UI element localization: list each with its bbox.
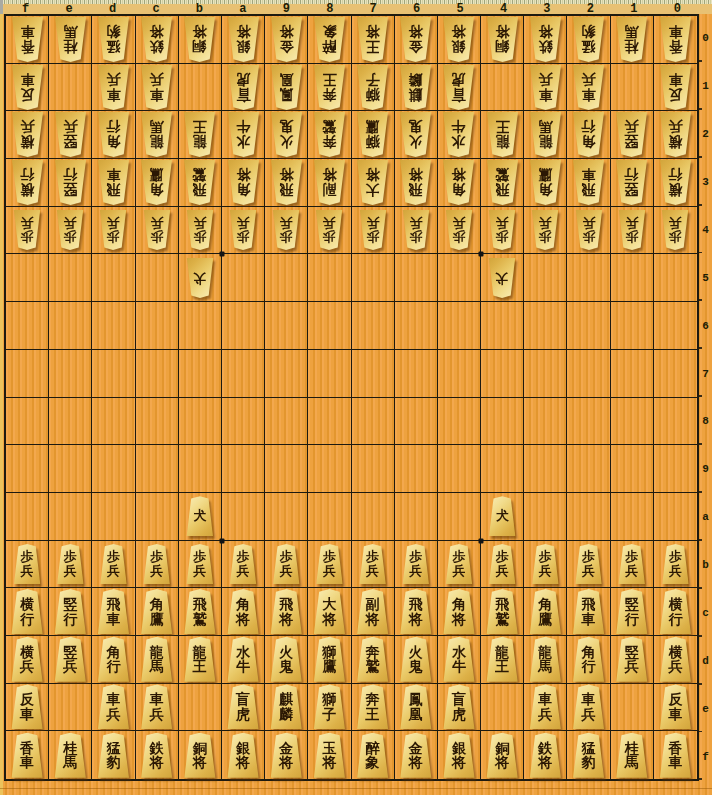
square-67[interactable] bbox=[395, 350, 438, 398]
piece-gote-water-buffalo[interactable]: 水牛 bbox=[222, 111, 264, 158]
piece-gote-rook[interactable]: 飛車 bbox=[567, 159, 609, 206]
piece-sente-vice-general[interactable]: 副将 bbox=[352, 588, 394, 635]
square-6c[interactable]: 飛将 bbox=[395, 588, 438, 636]
piece-gote-vertical-mover[interactable]: 竪行 bbox=[611, 159, 653, 206]
piece-gote-copper-general[interactable]: 銅将 bbox=[179, 16, 221, 63]
piece-sente-horned-falcon[interactable]: 角鷹 bbox=[136, 588, 178, 635]
piece-sente-pawn[interactable]: 歩兵 bbox=[352, 541, 394, 588]
piece-sente-pawn[interactable]: 歩兵 bbox=[222, 541, 264, 588]
square-a8[interactable] bbox=[222, 398, 265, 446]
piece-gote-bishop[interactable]: 角行 bbox=[92, 111, 134, 158]
square-f6[interactable] bbox=[6, 302, 49, 350]
square-27[interactable] bbox=[567, 350, 610, 398]
square-ca[interactable] bbox=[136, 493, 179, 541]
square-2f[interactable]: 猛豹 bbox=[567, 731, 610, 779]
piece-gote-rook-general[interactable]: 飛将 bbox=[265, 159, 307, 206]
piece-sente-bishop[interactable]: 角行 bbox=[567, 636, 609, 683]
piece-sente-vertical-mover[interactable]: 竪行 bbox=[611, 588, 653, 635]
square-23[interactable]: 飛車 bbox=[567, 159, 610, 207]
square-e9[interactable] bbox=[49, 445, 92, 493]
square-12[interactable]: 竪兵 bbox=[611, 111, 654, 159]
square-33[interactable]: 角鷹 bbox=[524, 159, 567, 207]
square-da[interactable] bbox=[92, 493, 135, 541]
piece-sente-water-buffalo[interactable]: 水牛 bbox=[438, 636, 480, 683]
square-2b[interactable]: 歩兵 bbox=[567, 541, 610, 589]
square-5c[interactable]: 角将 bbox=[438, 588, 481, 636]
square-71[interactable]: 獅子 bbox=[352, 64, 395, 112]
square-84[interactable]: 歩兵 bbox=[308, 207, 351, 255]
square-85[interactable] bbox=[308, 254, 351, 302]
square-d5[interactable] bbox=[92, 254, 135, 302]
square-b3[interactable]: 飛鷲 bbox=[179, 159, 222, 207]
piece-gote-drunk-elephant[interactable]: 醉象 bbox=[308, 16, 350, 63]
piece-sente-copper-general[interactable]: 銅将 bbox=[179, 731, 221, 779]
square-5a[interactable] bbox=[438, 493, 481, 541]
square-b0[interactable]: 銅将 bbox=[179, 16, 222, 64]
square-cd[interactable]: 龍馬 bbox=[136, 636, 179, 684]
square-57[interactable] bbox=[438, 350, 481, 398]
piece-gote-chariot-soldier[interactable]: 車兵 bbox=[524, 64, 566, 111]
square-fe[interactable]: 反車 bbox=[6, 684, 49, 732]
square-74[interactable]: 歩兵 bbox=[352, 207, 395, 255]
square-ba[interactable]: 犬 bbox=[179, 493, 222, 541]
piece-sente-lance[interactable]: 香車 bbox=[654, 731, 697, 779]
piece-sente-pawn[interactable]: 歩兵 bbox=[308, 541, 350, 588]
square-ef[interactable]: 桂馬 bbox=[49, 731, 92, 779]
square-4c[interactable]: 飛鷲 bbox=[481, 588, 524, 636]
square-82[interactable]: 奔鷲 bbox=[308, 111, 351, 159]
piece-gote-ferocious-leopard[interactable]: 猛豹 bbox=[567, 16, 609, 63]
square-2e[interactable]: 車兵 bbox=[567, 684, 610, 732]
piece-gote-lance[interactable]: 香車 bbox=[654, 16, 697, 63]
piece-sente-side-mover[interactable]: 横行 bbox=[6, 588, 48, 635]
square-9f[interactable]: 金将 bbox=[265, 731, 308, 779]
square-44[interactable]: 歩兵 bbox=[481, 207, 524, 255]
square-e0[interactable]: 桂馬 bbox=[49, 16, 92, 64]
square-81[interactable]: 奔王 bbox=[308, 64, 351, 112]
piece-gote-side-soldier[interactable]: 横兵 bbox=[6, 111, 48, 158]
square-e3[interactable]: 竪行 bbox=[49, 159, 92, 207]
piece-sente-reverse-chariot[interactable]: 反車 bbox=[654, 684, 697, 731]
square-58[interactable] bbox=[438, 398, 481, 446]
square-03[interactable]: 横行 bbox=[654, 159, 697, 207]
square-49[interactable] bbox=[481, 445, 524, 493]
piece-gote-free-eagle[interactable]: 奔鷲 bbox=[308, 111, 350, 158]
piece-sente-free-king[interactable]: 奔王 bbox=[352, 684, 394, 731]
piece-sente-gold-general[interactable]: 金将 bbox=[395, 731, 437, 779]
square-d6[interactable] bbox=[92, 302, 135, 350]
piece-sente-dragon-horse[interactable]: 龍馬 bbox=[524, 636, 566, 683]
square-f1[interactable]: 反車 bbox=[6, 64, 49, 112]
piece-sente-pawn[interactable]: 歩兵 bbox=[92, 541, 134, 588]
piece-sente-pawn[interactable]: 歩兵 bbox=[611, 541, 653, 588]
square-ae[interactable]: 盲虎 bbox=[222, 684, 265, 732]
piece-gote-reverse-chariot[interactable]: 反車 bbox=[6, 64, 48, 111]
piece-sente-pawn[interactable]: 歩兵 bbox=[49, 541, 91, 588]
square-a6[interactable] bbox=[222, 302, 265, 350]
square-43[interactable]: 飛鷲 bbox=[481, 159, 524, 207]
piece-gote-fire-demon[interactable]: 火鬼 bbox=[265, 111, 307, 158]
piece-sente-side-soldier[interactable]: 横兵 bbox=[654, 636, 697, 683]
square-6e[interactable]: 鳳凰 bbox=[395, 684, 438, 732]
piece-sente-copper-general[interactable]: 銅将 bbox=[481, 731, 523, 779]
piece-sente-ferocious-leopard[interactable]: 猛豹 bbox=[567, 731, 609, 779]
square-5b[interactable]: 歩兵 bbox=[438, 541, 481, 589]
square-4e[interactable] bbox=[481, 684, 524, 732]
square-76[interactable] bbox=[352, 302, 395, 350]
square-70[interactable]: 王将 bbox=[352, 16, 395, 64]
square-e7[interactable] bbox=[49, 350, 92, 398]
piece-gote-dragon-king[interactable]: 龍王 bbox=[481, 111, 523, 158]
piece-gote-vertical-mover[interactable]: 竪行 bbox=[49, 159, 91, 206]
piece-gote-bishop[interactable]: 角行 bbox=[567, 111, 609, 158]
piece-gote-soaring-eagle[interactable]: 飛鷲 bbox=[179, 159, 221, 206]
square-e6[interactable] bbox=[49, 302, 92, 350]
square-08[interactable] bbox=[654, 398, 697, 446]
square-bf[interactable]: 銅将 bbox=[179, 731, 222, 779]
piece-gote-lion-hawk[interactable]: 獅鷹 bbox=[352, 111, 394, 158]
piece-gote-kirin[interactable]: 麒麟 bbox=[395, 64, 437, 111]
square-19[interactable] bbox=[611, 445, 654, 493]
piece-gote-knight[interactable]: 桂馬 bbox=[611, 16, 653, 63]
square-9b[interactable]: 歩兵 bbox=[265, 541, 308, 589]
square-e5[interactable] bbox=[49, 254, 92, 302]
piece-gote-soaring-eagle[interactable]: 飛鷲 bbox=[481, 159, 523, 206]
square-75[interactable] bbox=[352, 254, 395, 302]
square-99[interactable] bbox=[265, 445, 308, 493]
square-9c[interactable]: 飛将 bbox=[265, 588, 308, 636]
square-a3[interactable]: 角将 bbox=[222, 159, 265, 207]
square-dc[interactable]: 飛車 bbox=[92, 588, 135, 636]
piece-gote-vertical-soldier[interactable]: 竪兵 bbox=[611, 111, 653, 158]
square-50[interactable]: 銀将 bbox=[438, 16, 481, 64]
piece-gote-side-mover[interactable]: 横行 bbox=[654, 159, 697, 206]
square-4a[interactable]: 犬 bbox=[481, 493, 524, 541]
square-cb[interactable]: 歩兵 bbox=[136, 541, 179, 589]
square-36[interactable] bbox=[524, 302, 567, 350]
piece-sente-rook-general[interactable]: 飛将 bbox=[395, 588, 437, 635]
square-6d[interactable]: 火鬼 bbox=[395, 636, 438, 684]
square-0a[interactable] bbox=[654, 493, 697, 541]
piece-sente-blind-tiger[interactable]: 盲虎 bbox=[438, 684, 480, 731]
piece-gote-pawn[interactable]: 歩兵 bbox=[567, 207, 609, 254]
piece-gote-dog[interactable]: 犬 bbox=[179, 254, 221, 301]
square-63[interactable]: 飛将 bbox=[395, 159, 438, 207]
piece-gote-pawn[interactable]: 歩兵 bbox=[611, 207, 653, 254]
piece-gote-chariot-soldier[interactable]: 車兵 bbox=[567, 64, 609, 111]
piece-sente-phoenix[interactable]: 鳳凰 bbox=[395, 684, 437, 731]
square-59[interactable] bbox=[438, 445, 481, 493]
square-0b[interactable]: 歩兵 bbox=[654, 541, 697, 589]
square-e1[interactable] bbox=[49, 64, 92, 112]
piece-gote-fire-demon[interactable]: 火鬼 bbox=[395, 111, 437, 158]
square-bd[interactable]: 龍王 bbox=[179, 636, 222, 684]
piece-sente-pawn[interactable]: 歩兵 bbox=[265, 541, 307, 588]
square-62[interactable]: 火鬼 bbox=[395, 111, 438, 159]
piece-gote-blind-tiger[interactable]: 盲虎 bbox=[222, 64, 264, 111]
square-53[interactable]: 角将 bbox=[438, 159, 481, 207]
square-98[interactable] bbox=[265, 398, 308, 446]
square-2a[interactable] bbox=[567, 493, 610, 541]
piece-sente-drunk-elephant[interactable]: 醉象 bbox=[352, 731, 394, 779]
square-8d[interactable]: 獅鷹 bbox=[308, 636, 351, 684]
square-25[interactable] bbox=[567, 254, 610, 302]
piece-sente-great-general[interactable]: 大将 bbox=[308, 588, 350, 635]
square-c3[interactable]: 角鷹 bbox=[136, 159, 179, 207]
piece-sente-iron-general[interactable]: 鉄将 bbox=[136, 731, 178, 779]
square-ac[interactable]: 角将 bbox=[222, 588, 265, 636]
square-dd[interactable]: 角行 bbox=[92, 636, 135, 684]
square-f8[interactable] bbox=[6, 398, 49, 446]
piece-gote-phoenix[interactable]: 鳳凰 bbox=[265, 64, 307, 111]
square-b6[interactable] bbox=[179, 302, 222, 350]
piece-gote-lance[interactable]: 香車 bbox=[6, 16, 48, 63]
square-69[interactable] bbox=[395, 445, 438, 493]
square-15[interactable] bbox=[611, 254, 654, 302]
piece-gote-vertical-soldier[interactable]: 竪兵 bbox=[49, 111, 91, 158]
square-45[interactable]: 犬 bbox=[481, 254, 524, 302]
piece-sente-chariot-soldier[interactable]: 車兵 bbox=[136, 684, 178, 731]
piece-gote-pawn[interactable]: 歩兵 bbox=[308, 207, 350, 254]
piece-sente-pawn[interactable]: 歩兵 bbox=[567, 541, 609, 588]
square-31[interactable]: 車兵 bbox=[524, 64, 567, 112]
piece-sente-knight[interactable]: 桂馬 bbox=[611, 731, 653, 779]
square-87[interactable] bbox=[308, 350, 351, 398]
square-4d[interactable]: 龍王 bbox=[481, 636, 524, 684]
square-47[interactable] bbox=[481, 350, 524, 398]
square-05[interactable] bbox=[654, 254, 697, 302]
square-cc[interactable]: 角鷹 bbox=[136, 588, 179, 636]
piece-gote-pawn[interactable]: 歩兵 bbox=[352, 207, 394, 254]
square-b7[interactable] bbox=[179, 350, 222, 398]
square-e2[interactable]: 竪兵 bbox=[49, 111, 92, 159]
piece-sente-bishop-general[interactable]: 角将 bbox=[438, 588, 480, 635]
square-39[interactable] bbox=[524, 445, 567, 493]
square-4b[interactable]: 歩兵 bbox=[481, 541, 524, 589]
piece-sente-dog[interactable]: 犬 bbox=[179, 493, 221, 540]
square-7d[interactable]: 奔鷲 bbox=[352, 636, 395, 684]
piece-gote-free-king[interactable]: 奔王 bbox=[308, 64, 350, 111]
piece-sente-kirin[interactable]: 麒麟 bbox=[265, 684, 307, 731]
square-f9[interactable] bbox=[6, 445, 49, 493]
square-26[interactable] bbox=[567, 302, 610, 350]
square-13[interactable]: 竪行 bbox=[611, 159, 654, 207]
square-95[interactable] bbox=[265, 254, 308, 302]
piece-gote-bishop-general[interactable]: 角将 bbox=[222, 159, 264, 206]
square-ab[interactable]: 歩兵 bbox=[222, 541, 265, 589]
square-40[interactable]: 銅将 bbox=[481, 16, 524, 64]
square-2d[interactable]: 角行 bbox=[567, 636, 610, 684]
square-37[interactable] bbox=[524, 350, 567, 398]
square-7b[interactable]: 歩兵 bbox=[352, 541, 395, 589]
square-b9[interactable] bbox=[179, 445, 222, 493]
square-94[interactable]: 歩兵 bbox=[265, 207, 308, 255]
square-64[interactable]: 歩兵 bbox=[395, 207, 438, 255]
piece-sente-chariot-soldier[interactable]: 車兵 bbox=[524, 684, 566, 731]
square-3d[interactable]: 龍馬 bbox=[524, 636, 567, 684]
piece-sente-lance[interactable]: 香車 bbox=[6, 731, 48, 779]
piece-gote-ferocious-leopard[interactable]: 猛豹 bbox=[92, 16, 134, 63]
piece-sente-pawn[interactable]: 歩兵 bbox=[524, 541, 566, 588]
square-d0[interactable]: 猛豹 bbox=[92, 16, 135, 64]
square-89[interactable] bbox=[308, 445, 351, 493]
square-93[interactable]: 飛将 bbox=[265, 159, 308, 207]
square-7c[interactable]: 副将 bbox=[352, 588, 395, 636]
square-61[interactable]: 麒麟 bbox=[395, 64, 438, 112]
square-9e[interactable]: 麒麟 bbox=[265, 684, 308, 732]
piece-gote-reverse-chariot[interactable]: 反車 bbox=[654, 64, 697, 111]
piece-gote-pawn[interactable]: 歩兵 bbox=[654, 207, 697, 254]
square-92[interactable]: 火鬼 bbox=[265, 111, 308, 159]
square-41[interactable] bbox=[481, 64, 524, 112]
square-38[interactable] bbox=[524, 398, 567, 446]
square-3b[interactable]: 歩兵 bbox=[524, 541, 567, 589]
square-24[interactable]: 歩兵 bbox=[567, 207, 610, 255]
square-35[interactable] bbox=[524, 254, 567, 302]
square-c5[interactable] bbox=[136, 254, 179, 302]
piece-gote-dragon-king[interactable]: 龍王 bbox=[179, 111, 221, 158]
piece-sente-silver-general[interactable]: 銀将 bbox=[438, 731, 480, 779]
square-66[interactable] bbox=[395, 302, 438, 350]
square-e4[interactable]: 歩兵 bbox=[49, 207, 92, 255]
square-8b[interactable]: 歩兵 bbox=[308, 541, 351, 589]
square-f4[interactable]: 歩兵 bbox=[6, 207, 49, 255]
square-d2[interactable]: 角行 bbox=[92, 111, 135, 159]
square-fd[interactable]: 横兵 bbox=[6, 636, 49, 684]
square-fb[interactable]: 歩兵 bbox=[6, 541, 49, 589]
piece-gote-pawn[interactable]: 歩兵 bbox=[49, 207, 91, 254]
square-21[interactable]: 車兵 bbox=[567, 64, 610, 112]
piece-sente-dragon-king[interactable]: 龍王 bbox=[481, 636, 523, 683]
square-55[interactable] bbox=[438, 254, 481, 302]
piece-sente-fire-demon[interactable]: 火鬼 bbox=[265, 636, 307, 683]
piece-sente-pawn[interactable]: 歩兵 bbox=[654, 541, 697, 588]
square-f2[interactable]: 横兵 bbox=[6, 111, 49, 159]
square-73[interactable]: 大将 bbox=[352, 159, 395, 207]
piece-gote-great-general[interactable]: 大将 bbox=[352, 159, 394, 206]
square-d8[interactable] bbox=[92, 398, 135, 446]
square-86[interactable] bbox=[308, 302, 351, 350]
square-52[interactable]: 水牛 bbox=[438, 111, 481, 159]
piece-sente-bishop-general[interactable]: 角将 bbox=[222, 588, 264, 635]
piece-gote-gold-general[interactable]: 金将 bbox=[395, 16, 437, 63]
piece-sente-free-eagle[interactable]: 奔鷲 bbox=[352, 636, 394, 683]
piece-sente-rook-general[interactable]: 飛将 bbox=[265, 588, 307, 635]
square-a9[interactable] bbox=[222, 445, 265, 493]
square-48[interactable] bbox=[481, 398, 524, 446]
square-b8[interactable] bbox=[179, 398, 222, 446]
square-10[interactable]: 桂馬 bbox=[611, 16, 654, 64]
square-ad[interactable]: 水牛 bbox=[222, 636, 265, 684]
square-0f[interactable]: 香車 bbox=[654, 731, 697, 779]
piece-gote-chariot-soldier[interactable]: 車兵 bbox=[92, 64, 134, 111]
square-0d[interactable]: 横兵 bbox=[654, 636, 697, 684]
square-00[interactable]: 香車 bbox=[654, 16, 697, 64]
square-ea[interactable] bbox=[49, 493, 92, 541]
square-5e[interactable]: 盲虎 bbox=[438, 684, 481, 732]
square-9a[interactable] bbox=[265, 493, 308, 541]
piece-gote-pawn[interactable]: 歩兵 bbox=[136, 207, 178, 254]
square-88[interactable] bbox=[308, 398, 351, 446]
square-e8[interactable] bbox=[49, 398, 92, 446]
piece-sente-water-buffalo[interactable]: 水牛 bbox=[222, 636, 264, 683]
square-f3[interactable]: 横行 bbox=[6, 159, 49, 207]
square-72[interactable]: 獅鷹 bbox=[352, 111, 395, 159]
piece-gote-bishop-general[interactable]: 角将 bbox=[438, 159, 480, 206]
square-01[interactable]: 反車 bbox=[654, 64, 697, 112]
piece-sente-dragon-horse[interactable]: 龍馬 bbox=[136, 636, 178, 683]
square-d3[interactable]: 飛車 bbox=[92, 159, 135, 207]
square-3f[interactable]: 鉄将 bbox=[524, 731, 567, 779]
square-eb[interactable]: 歩兵 bbox=[49, 541, 92, 589]
square-c6[interactable] bbox=[136, 302, 179, 350]
square-c7[interactable] bbox=[136, 350, 179, 398]
square-c8[interactable] bbox=[136, 398, 179, 446]
piece-sente-vertical-soldier[interactable]: 竪兵 bbox=[49, 636, 91, 683]
square-fc[interactable]: 横行 bbox=[6, 588, 49, 636]
piece-gote-pawn[interactable]: 歩兵 bbox=[438, 207, 480, 254]
square-a7[interactable] bbox=[222, 350, 265, 398]
piece-sente-silver-general[interactable]: 銀将 bbox=[222, 731, 264, 779]
square-60[interactable]: 金将 bbox=[395, 16, 438, 64]
square-c1[interactable]: 車兵 bbox=[136, 64, 179, 112]
piece-gote-pawn[interactable]: 歩兵 bbox=[265, 207, 307, 254]
square-77[interactable] bbox=[352, 350, 395, 398]
square-20[interactable]: 猛豹 bbox=[567, 16, 610, 64]
square-09[interactable] bbox=[654, 445, 697, 493]
square-02[interactable]: 横兵 bbox=[654, 111, 697, 159]
square-97[interactable] bbox=[265, 350, 308, 398]
square-de[interactable]: 車兵 bbox=[92, 684, 135, 732]
square-a2[interactable]: 水牛 bbox=[222, 111, 265, 159]
piece-sente-dragon-king[interactable]: 龍王 bbox=[179, 636, 221, 683]
square-5d[interactable]: 水牛 bbox=[438, 636, 481, 684]
square-07[interactable] bbox=[654, 350, 697, 398]
square-ed[interactable]: 竪兵 bbox=[49, 636, 92, 684]
square-fa[interactable] bbox=[6, 493, 49, 541]
piece-gote-pawn[interactable]: 歩兵 bbox=[179, 207, 221, 254]
square-b1[interactable] bbox=[179, 64, 222, 112]
square-be[interactable] bbox=[179, 684, 222, 732]
square-3a[interactable] bbox=[524, 493, 567, 541]
piece-gote-rook-general[interactable]: 飛将 bbox=[395, 159, 437, 206]
square-a5[interactable] bbox=[222, 254, 265, 302]
piece-sente-pawn[interactable]: 歩兵 bbox=[179, 541, 221, 588]
piece-sente-ferocious-leopard[interactable]: 猛豹 bbox=[92, 731, 134, 779]
square-b4[interactable]: 歩兵 bbox=[179, 207, 222, 255]
piece-gote-iron-general[interactable]: 鉄将 bbox=[136, 16, 178, 63]
square-b5[interactable]: 犬 bbox=[179, 254, 222, 302]
piece-gote-lion[interactable]: 獅子 bbox=[352, 64, 394, 111]
piece-gote-pawn[interactable]: 歩兵 bbox=[395, 207, 437, 254]
square-16[interactable] bbox=[611, 302, 654, 350]
square-1f[interactable]: 桂馬 bbox=[611, 731, 654, 779]
square-42[interactable]: 龍王 bbox=[481, 111, 524, 159]
piece-sente-chariot-soldier[interactable]: 車兵 bbox=[92, 684, 134, 731]
piece-sente-pawn[interactable]: 歩兵 bbox=[395, 541, 437, 588]
square-ff[interactable]: 香車 bbox=[6, 731, 49, 779]
square-c4[interactable]: 歩兵 bbox=[136, 207, 179, 255]
square-32[interactable]: 龍馬 bbox=[524, 111, 567, 159]
square-7e[interactable]: 奔王 bbox=[352, 684, 395, 732]
piece-sente-blind-tiger[interactable]: 盲虎 bbox=[222, 684, 264, 731]
piece-gote-pawn[interactable]: 歩兵 bbox=[6, 207, 48, 254]
square-d7[interactable] bbox=[92, 350, 135, 398]
square-c2[interactable]: 龍馬 bbox=[136, 111, 179, 159]
piece-sente-soaring-eagle[interactable]: 飛鷲 bbox=[179, 588, 221, 635]
square-6a[interactable] bbox=[395, 493, 438, 541]
square-56[interactable] bbox=[438, 302, 481, 350]
